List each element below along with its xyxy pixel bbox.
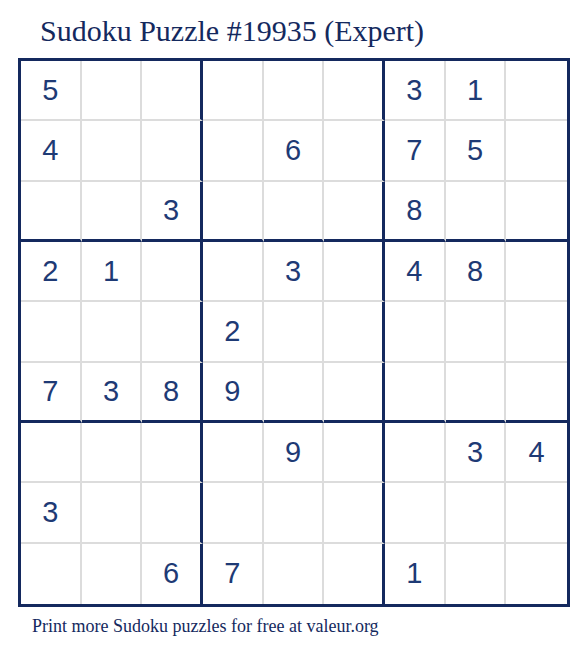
given-digit: 3 xyxy=(42,496,58,529)
sudoku-cell-r6c7 xyxy=(385,363,446,423)
sudoku-cell-r6c5 xyxy=(264,363,325,423)
footer-text: Print more Sudoku puzzles for free at va… xyxy=(32,616,379,637)
given-digit: 8 xyxy=(406,194,422,227)
given-digit: 4 xyxy=(42,134,58,167)
sudoku-cell-r5c9 xyxy=(506,302,567,362)
sudoku-cell-r3c4 xyxy=(203,182,264,242)
sudoku-cell-r4c9 xyxy=(506,242,567,302)
sudoku-cell-r4c4 xyxy=(203,242,264,302)
sudoku-cell-r3c9 xyxy=(506,182,567,242)
sudoku-cell-r5c4: 2 xyxy=(203,302,264,362)
given-digit: 9 xyxy=(285,436,301,469)
given-digit: 5 xyxy=(42,74,58,107)
sudoku-cell-r4c5: 3 xyxy=(264,242,325,302)
sudoku-cell-r4c2: 1 xyxy=(82,242,143,302)
sudoku-cell-r2c5: 6 xyxy=(264,121,325,181)
sudoku-cell-r8c9 xyxy=(506,483,567,543)
page-title: Sudoku Puzzle #19935 (Expert) xyxy=(40,14,424,48)
sudoku-cell-r9c8 xyxy=(446,544,507,604)
sudoku-cell-r1c6 xyxy=(324,61,385,121)
sudoku-cell-r2c3 xyxy=(142,121,203,181)
sudoku-cell-r8c4 xyxy=(203,483,264,543)
sudoku-cell-r9c2 xyxy=(82,544,143,604)
sudoku-cell-r4c7: 4 xyxy=(385,242,446,302)
given-digit: 6 xyxy=(285,134,301,167)
sudoku-cell-r8c3 xyxy=(142,483,203,543)
sudoku-cell-r3c2 xyxy=(82,182,143,242)
sudoku-cell-r7c4 xyxy=(203,423,264,483)
given-digit: 1 xyxy=(467,74,483,107)
given-digit: 2 xyxy=(224,315,240,348)
sudoku-cell-r9c5 xyxy=(264,544,325,604)
given-digit: 1 xyxy=(103,255,119,288)
sudoku-cell-r5c2 xyxy=(82,302,143,362)
sudoku-cell-r1c1: 5 xyxy=(21,61,82,121)
sudoku-cell-r2c1: 4 xyxy=(21,121,82,181)
sudoku-cell-r6c2: 3 xyxy=(82,363,143,423)
given-digit: 3 xyxy=(163,194,179,227)
sudoku-cell-r8c8 xyxy=(446,483,507,543)
sudoku-page: Sudoku Puzzle #19935 (Expert) 5314675382… xyxy=(0,0,580,651)
sudoku-cell-r1c7: 3 xyxy=(385,61,446,121)
sudoku-cell-r7c8: 3 xyxy=(446,423,507,483)
sudoku-cell-r5c8 xyxy=(446,302,507,362)
sudoku-cell-r1c3 xyxy=(142,61,203,121)
given-digit: 4 xyxy=(406,255,422,288)
sudoku-cell-r2c9 xyxy=(506,121,567,181)
given-digit: 9 xyxy=(224,375,240,408)
sudoku-cell-r3c3: 3 xyxy=(142,182,203,242)
sudoku-cell-r7c2 xyxy=(82,423,143,483)
sudoku-cell-r8c6 xyxy=(324,483,385,543)
given-digit: 1 xyxy=(406,557,422,590)
given-digit: 2 xyxy=(42,255,58,288)
given-digit: 3 xyxy=(467,436,483,469)
sudoku-cell-r6c3: 8 xyxy=(142,363,203,423)
sudoku-cell-r5c1 xyxy=(21,302,82,362)
sudoku-cell-r6c8 xyxy=(446,363,507,423)
sudoku-cell-r3c6 xyxy=(324,182,385,242)
sudoku-cell-r6c4: 9 xyxy=(203,363,264,423)
given-digit: 8 xyxy=(467,255,483,288)
sudoku-cell-r7c1 xyxy=(21,423,82,483)
sudoku-cell-r6c1: 7 xyxy=(21,363,82,423)
sudoku-cell-r3c1 xyxy=(21,182,82,242)
sudoku-cell-r1c8: 1 xyxy=(446,61,507,121)
sudoku-cell-r5c6 xyxy=(324,302,385,362)
sudoku-cell-r2c4 xyxy=(203,121,264,181)
sudoku-cell-r1c5 xyxy=(264,61,325,121)
given-digit: 7 xyxy=(224,557,240,590)
sudoku-cell-r9c9 xyxy=(506,544,567,604)
sudoku-cell-r9c7: 1 xyxy=(385,544,446,604)
sudoku-cell-r8c1: 3 xyxy=(21,483,82,543)
sudoku-cell-r3c8 xyxy=(446,182,507,242)
sudoku-cell-r7c6 xyxy=(324,423,385,483)
sudoku-cell-r4c6 xyxy=(324,242,385,302)
sudoku-cell-r4c1: 2 xyxy=(21,242,82,302)
sudoku-cell-r9c4: 7 xyxy=(203,544,264,604)
given-digit: 7 xyxy=(406,134,422,167)
sudoku-cell-r7c5: 9 xyxy=(264,423,325,483)
sudoku-cell-r4c3 xyxy=(142,242,203,302)
sudoku-cell-r8c2 xyxy=(82,483,143,543)
sudoku-cell-r7c7 xyxy=(385,423,446,483)
given-digit: 5 xyxy=(467,134,483,167)
sudoku-cell-r9c1 xyxy=(21,544,82,604)
sudoku-cell-r2c6 xyxy=(324,121,385,181)
sudoku-cell-r3c7: 8 xyxy=(385,182,446,242)
given-digit: 3 xyxy=(285,255,301,288)
sudoku-cell-r7c9: 4 xyxy=(506,423,567,483)
sudoku-cell-r1c4 xyxy=(203,61,264,121)
sudoku-cell-r1c9 xyxy=(506,61,567,121)
sudoku-cell-r1c2 xyxy=(82,61,143,121)
sudoku-cell-r8c5 xyxy=(264,483,325,543)
sudoku-cell-r6c9 xyxy=(506,363,567,423)
sudoku-board: 53146753821348273899343671 xyxy=(18,58,570,607)
given-digit: 7 xyxy=(42,375,58,408)
given-digit: 4 xyxy=(529,436,545,469)
sudoku-cell-r9c3: 6 xyxy=(142,544,203,604)
sudoku-cell-r6c6 xyxy=(324,363,385,423)
sudoku-cell-r3c5 xyxy=(264,182,325,242)
sudoku-cell-r2c7: 7 xyxy=(385,121,446,181)
sudoku-cell-r4c8: 8 xyxy=(446,242,507,302)
given-digit: 8 xyxy=(163,375,179,408)
sudoku-cell-r9c6 xyxy=(324,544,385,604)
sudoku-cell-r2c2 xyxy=(82,121,143,181)
given-digit: 3 xyxy=(103,375,119,408)
sudoku-cell-r2c8: 5 xyxy=(446,121,507,181)
given-digit: 3 xyxy=(406,74,422,107)
sudoku-cell-r7c3 xyxy=(142,423,203,483)
sudoku-cell-r5c7 xyxy=(385,302,446,362)
sudoku-cell-r8c7 xyxy=(385,483,446,543)
sudoku-cell-r5c5 xyxy=(264,302,325,362)
sudoku-cell-r5c3 xyxy=(142,302,203,362)
given-digit: 6 xyxy=(163,557,179,590)
